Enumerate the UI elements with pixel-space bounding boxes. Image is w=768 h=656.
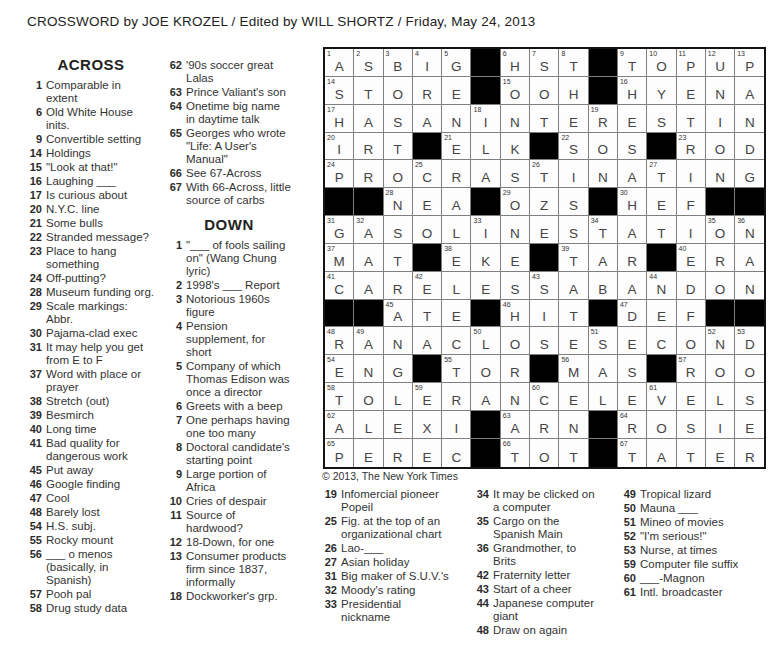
grid-cell[interactable]: S	[559, 188, 588, 216]
grid-cell[interactable]: 19R	[589, 105, 618, 133]
cell-letter: R	[618, 255, 646, 269]
grid-cell[interactable]: E	[501, 244, 530, 272]
across-clues-list-1: 1Comparable in extent6Old White House in…	[27, 79, 155, 615]
grid-cell[interactable]: D	[735, 133, 764, 161]
cell-number: 48	[327, 328, 335, 335]
grid-cell[interactable]: 57R	[677, 355, 706, 383]
grid-cell[interactable]: 9T	[618, 49, 647, 77]
black-cell	[530, 244, 559, 272]
cell-letter: T	[501, 451, 529, 465]
cell-letter: A	[618, 227, 646, 241]
grid-cell[interactable]: N	[501, 105, 530, 133]
grid-cell[interactable]: 43S	[530, 272, 559, 300]
black-cell	[471, 439, 500, 467]
grid-cell[interactable]: I	[677, 160, 706, 188]
grid-cell[interactable]: 45A	[384, 300, 413, 328]
grid-cell[interactable]: O	[706, 272, 735, 300]
grid-cell[interactable]: C	[647, 327, 676, 355]
grid-cell[interactable]: 12U	[706, 49, 735, 77]
cell-number: 24	[327, 161, 335, 168]
grid-cell[interactable]: T	[384, 133, 413, 161]
grid-cell[interactable]: 61V	[647, 383, 676, 411]
cell-letter: S	[559, 227, 587, 241]
cell-letter: A	[589, 366, 617, 380]
grid-cell[interactable]: X	[413, 411, 442, 439]
grid-cell[interactable]: 10O	[647, 49, 676, 77]
grid-cell[interactable]: S	[677, 411, 706, 439]
grid-cell[interactable]: E	[354, 439, 383, 467]
grid-cell[interactable]: A	[618, 160, 647, 188]
grid-cell[interactable]: R	[618, 244, 647, 272]
cell-letter: H	[501, 60, 529, 74]
grid-cell[interactable]: A	[354, 272, 383, 300]
grid-cell[interactable]: 23R	[677, 133, 706, 161]
grid-cell[interactable]: B	[589, 272, 618, 300]
grid-cell[interactable]: N	[735, 105, 764, 133]
cell-letter: T	[618, 451, 646, 465]
grid-cell[interactable]: 34T	[589, 216, 618, 244]
grid-cell[interactable]: G	[735, 160, 764, 188]
cell-letter: T	[647, 171, 675, 185]
grid-cell[interactable]: L	[442, 216, 471, 244]
black-cell	[589, 77, 618, 105]
grid-cell[interactable]: R	[413, 77, 442, 105]
grid-cell[interactable]: L	[706, 383, 735, 411]
grid-cell[interactable]: 26T	[530, 160, 559, 188]
grid-cell[interactable]: R	[735, 439, 764, 467]
down-clues-bottom-column-2: 34It may be clicked on a computer35Cargo…	[474, 488, 597, 638]
grid-cell[interactable]: G	[384, 355, 413, 383]
clue-down-6: 6Greets with a beep	[167, 400, 291, 413]
clue-text: Fraternity letter	[493, 569, 597, 582]
grid-cell[interactable]: 7S	[530, 49, 559, 77]
grid-cell[interactable]: N	[589, 160, 618, 188]
clue-number: 32	[322, 584, 337, 597]
grid-cell[interactable]: T	[647, 216, 676, 244]
grid-cell[interactable]: A	[354, 105, 383, 133]
grid-cell[interactable]: 58T	[325, 383, 354, 411]
grid-cell[interactable]: A	[471, 383, 500, 411]
cell-letter: R	[354, 171, 382, 185]
grid-cell[interactable]: I	[706, 105, 735, 133]
grid-cell[interactable]: R	[384, 272, 413, 300]
grid-cell[interactable]: C	[442, 327, 471, 355]
clue-text: Consumer products firm since 1837, infor…	[186, 550, 291, 589]
clue-text: Mauna ___	[640, 502, 753, 515]
cell-letter: S	[618, 366, 646, 380]
grid-cell[interactable]: O	[677, 327, 706, 355]
cell-letter: H	[559, 88, 587, 102]
grid-cell[interactable]: E	[530, 216, 559, 244]
grid-cell[interactable]: 42E	[413, 272, 442, 300]
grid-cell[interactable]: 40E	[677, 244, 706, 272]
cell-number: 65	[327, 440, 335, 447]
grid-cell[interactable]: 8T	[559, 49, 588, 77]
clue-text: Laughing ___	[46, 175, 155, 188]
grid-cell[interactable]: F	[677, 188, 706, 216]
clue-number: 58	[27, 602, 42, 615]
grid-cell[interactable]: I	[706, 411, 735, 439]
grid-cell[interactable]: T	[559, 300, 588, 328]
grid-cell[interactable]: 64R	[618, 411, 647, 439]
clue-text: Word with place or prayer	[46, 368, 155, 394]
cell-letter: N	[442, 116, 470, 130]
grid-cell[interactable]: T	[530, 105, 559, 133]
grid-cell[interactable]: S	[501, 272, 530, 300]
grid-cell[interactable]: R	[354, 133, 383, 161]
grid-cell[interactable]: N	[354, 355, 383, 383]
cell-letter: L	[471, 143, 499, 157]
grid-cell[interactable]: 66T	[501, 439, 530, 467]
grid-cell[interactable]: A	[589, 244, 618, 272]
grid-cell[interactable]: A	[647, 439, 676, 467]
clue-text: Bad quality for dangerous work	[46, 437, 155, 463]
clue-down-43: 43Start of a cheer	[474, 583, 597, 596]
grid-cell[interactable]: R	[706, 244, 735, 272]
grid-cell[interactable]: N	[442, 105, 471, 133]
grid-cell[interactable]: N	[735, 272, 764, 300]
grid-cell[interactable]: E	[559, 105, 588, 133]
grid-cell[interactable]: 60C	[530, 383, 559, 411]
grid-cell[interactable]: E	[677, 383, 706, 411]
cell-letter: C	[442, 451, 470, 465]
grid-cell[interactable]: O	[647, 411, 676, 439]
cell-number: 52	[708, 328, 716, 335]
grid-cell[interactable]: A	[442, 188, 471, 216]
cell-letter: R	[354, 143, 382, 157]
grid-cell[interactable]: N	[559, 411, 588, 439]
grid-cell[interactable]: H	[559, 77, 588, 105]
grid-cell[interactable]: 25C	[413, 160, 442, 188]
cell-number: 2	[356, 50, 360, 57]
cell-letter: E	[677, 255, 705, 269]
grid-cell[interactable]: 6H	[501, 49, 530, 77]
grid-cell[interactable]: O	[530, 77, 559, 105]
grid-cell[interactable]: R	[384, 439, 413, 467]
grid-cell[interactable]: 59E	[413, 383, 442, 411]
grid-cell[interactable]: 32A	[354, 216, 383, 244]
clue-number: 50	[621, 502, 636, 515]
clue-across-40: 40Long time	[27, 423, 155, 436]
grid-cell[interactable]: A	[413, 327, 442, 355]
clue-number: 52	[621, 530, 636, 543]
grid-cell[interactable]: O	[471, 355, 500, 383]
grid-cell[interactable]: F	[677, 300, 706, 328]
cell-letter: E	[618, 116, 646, 130]
black-cell	[413, 133, 442, 161]
clue-number: 48	[474, 624, 489, 637]
cell-letter: B	[589, 283, 617, 297]
grid-cell[interactable]: R	[530, 411, 559, 439]
clue-number: 18	[167, 590, 182, 603]
grid-cell[interactable]: A	[589, 355, 618, 383]
clue-number: 45	[27, 464, 42, 477]
cell-number: 67	[620, 440, 628, 447]
clue-down-1: 1"___ of fools sailing on" (Wang Chung l…	[167, 239, 291, 278]
grid-cell[interactable]: T	[384, 244, 413, 272]
grid-cell[interactable]: 35O	[706, 216, 735, 244]
clue-across-64: 64Onetime big name in daytime talk	[167, 100, 291, 126]
grid-cell[interactable]: A	[471, 160, 500, 188]
grid-cell[interactable]: O	[735, 355, 764, 383]
grid-cell[interactable]: 48R	[325, 327, 354, 355]
grid-cell[interactable]: 14S	[325, 77, 354, 105]
grid-cell[interactable]: E	[413, 188, 442, 216]
grid-cell[interactable]: 44N	[647, 272, 676, 300]
cell-number: 37	[327, 245, 335, 252]
grid-cell[interactable]: N	[384, 327, 413, 355]
grid-cell[interactable]: E	[442, 77, 471, 105]
grid-cell[interactable]: S	[618, 133, 647, 161]
clue-number: 53	[621, 544, 636, 557]
cell-letter: S	[677, 422, 705, 436]
grid-cell[interactable]: 33I	[471, 216, 500, 244]
grid-cell[interactable]: 53D	[735, 327, 764, 355]
grid-cell[interactable]: T	[677, 439, 706, 467]
grid-cell[interactable]: L	[384, 383, 413, 411]
grid-cell[interactable]: 65P	[325, 439, 354, 467]
grid-cell[interactable]: R	[442, 383, 471, 411]
cell-letter: L	[354, 422, 382, 436]
grid-cell[interactable]: A	[618, 216, 647, 244]
grid-cell[interactable]: 62A	[325, 411, 354, 439]
cell-letter: E	[413, 199, 441, 213]
cell-letter: V	[647, 394, 675, 408]
grid-cell[interactable]: T	[677, 105, 706, 133]
grid-cell[interactable]: 15O	[501, 77, 530, 105]
clue-down-48: 48Draw on again	[474, 624, 597, 637]
grid-cell[interactable]: 5G	[442, 49, 471, 77]
grid-cell[interactable]: 39T	[559, 244, 588, 272]
grid-cell[interactable]: C	[442, 439, 471, 467]
grid-cell[interactable]: 20I	[325, 133, 354, 161]
cell-letter: A	[354, 255, 382, 269]
grid-cell[interactable]: N	[501, 383, 530, 411]
cell-number: 59	[415, 384, 423, 391]
clue-across-28: 28Museum funding org.	[27, 286, 155, 299]
grid-cell[interactable]: L	[442, 272, 471, 300]
grid-cell[interactable]: E	[384, 411, 413, 439]
grid-cell[interactable]: E	[471, 272, 500, 300]
grid-cell[interactable]: E	[647, 300, 676, 328]
clue-text: Put away	[46, 464, 155, 477]
grid-cell[interactable]: S	[735, 383, 764, 411]
cell-letter: S	[530, 338, 558, 352]
grid-cell[interactable]: 22S	[559, 133, 588, 161]
cell-letter: E	[530, 227, 558, 241]
grid-cell[interactable]: 1A	[325, 49, 354, 77]
clue-down-3: 3Notorious 1960s figure	[167, 293, 291, 319]
cell-number: 4	[415, 50, 419, 57]
cell-number: 62	[327, 412, 335, 419]
cell-number: 25	[415, 161, 423, 168]
cell-letter: L	[384, 394, 412, 408]
grid-cell[interactable]: E	[677, 77, 706, 105]
grid-cell[interactable]: Z	[530, 188, 559, 216]
grid-cell[interactable]: A	[413, 105, 442, 133]
cell-number: 41	[327, 273, 335, 280]
grid-cell[interactable]: S	[384, 105, 413, 133]
grid-cell[interactable]: A	[354, 244, 383, 272]
grid-cell[interactable]: 50L	[471, 327, 500, 355]
clue-text: Besmirch	[46, 409, 155, 422]
grid-cell[interactable]: S	[618, 355, 647, 383]
grid-cell[interactable]: 52N	[706, 327, 735, 355]
grid-cell[interactable]: N	[706, 77, 735, 105]
grid-cell[interactable]: A	[559, 272, 588, 300]
grid-cell[interactable]: S	[501, 160, 530, 188]
grid-cell[interactable]: O	[589, 133, 618, 161]
clue-across-15: 15"Look at that!"	[27, 161, 155, 174]
clue-down-12: 1218-Down, for one	[167, 536, 291, 549]
grid-cell[interactable]: O	[354, 383, 383, 411]
grid-cell[interactable]: K	[501, 133, 530, 161]
grid-cell[interactable]: 28N	[384, 188, 413, 216]
grid-cell[interactable]: O	[384, 77, 413, 105]
grid-cell[interactable]: 27T	[647, 160, 676, 188]
clue-text: Computer file suffix	[640, 558, 753, 571]
grid-cell[interactable]: E	[647, 188, 676, 216]
grid-cell[interactable]: E	[618, 383, 647, 411]
cell-letter: I	[413, 60, 441, 74]
grid-cell[interactable]: K	[471, 244, 500, 272]
grid-cell[interactable]: D	[677, 272, 706, 300]
grid-cell[interactable]: I	[442, 411, 471, 439]
grid-cell[interactable]: E	[442, 300, 471, 328]
grid-cell[interactable]: O	[706, 355, 735, 383]
grid-cell[interactable]: 16H	[618, 77, 647, 105]
grid-cell[interactable]: 29O	[501, 188, 530, 216]
clue-down-51: 51Mineo of movies	[621, 516, 753, 529]
grid-cell[interactable]: 36N	[735, 216, 764, 244]
grid-cell[interactable]: 54E	[325, 355, 354, 383]
grid-cell[interactable]: I	[677, 216, 706, 244]
clue-number: 41	[27, 437, 42, 463]
grid-cell[interactable]: E	[618, 327, 647, 355]
cell-letter: A	[589, 255, 617, 269]
cell-letter: O	[735, 366, 764, 380]
grid-cell[interactable]: O	[530, 439, 559, 467]
cell-number: 35	[708, 217, 716, 224]
clue-text: One perhaps having one too many	[186, 414, 291, 440]
grid-cell[interactable]: S	[559, 216, 588, 244]
grid-cell[interactable]: L	[471, 133, 500, 161]
clue-number: 67	[167, 181, 182, 207]
grid-cell[interactable]: 37M	[325, 244, 354, 272]
grid-cell[interactable]: R	[442, 160, 471, 188]
clue-across-6: 6Old White House inits.	[27, 106, 155, 132]
grid-cell[interactable]: 2S	[354, 49, 383, 77]
cell-letter: L	[442, 283, 470, 297]
grid-cell[interactable]: 21E	[442, 133, 471, 161]
grid-cell[interactable]: 17H	[325, 105, 354, 133]
grid-cell[interactable]: E	[735, 411, 764, 439]
grid-cell[interactable]: I	[530, 300, 559, 328]
cell-number: 34	[591, 217, 599, 224]
grid-cell[interactable]: R	[354, 160, 383, 188]
grid-cell[interactable]: L	[589, 383, 618, 411]
grid-cell[interactable]: A	[618, 272, 647, 300]
cell-letter: O	[706, 227, 734, 241]
grid-cell[interactable]: T	[559, 439, 588, 467]
black-cell	[325, 300, 354, 328]
cell-letter: R	[442, 394, 470, 408]
grid-cell[interactable]: 30H	[618, 188, 647, 216]
grid-cell[interactable]: E	[559, 327, 588, 355]
grid-cell[interactable]: 46H	[501, 300, 530, 328]
cell-letter: I	[442, 422, 470, 436]
grid-cell[interactable]: O	[501, 327, 530, 355]
clue-text: '90s soccer great Lalas	[186, 59, 291, 85]
grid-cell[interactable]: 4I	[413, 49, 442, 77]
grid-cell[interactable]: 31G	[325, 216, 354, 244]
cell-letter: R	[677, 143, 705, 157]
grid-cell[interactable]: I	[559, 160, 588, 188]
grid-cell[interactable]: 56M	[559, 355, 588, 383]
grid-cell[interactable]: 51S	[589, 327, 618, 355]
grid-cell[interactable]: N	[501, 216, 530, 244]
clue-down-5: 5Company of which Thomas Edison was once…	[167, 360, 291, 399]
cell-number: 55	[444, 356, 452, 363]
grid-cell[interactable]: 55T	[442, 355, 471, 383]
grid-cell[interactable]: T	[354, 77, 383, 105]
cell-letter: S	[501, 283, 529, 297]
grid-cell[interactable]: E	[706, 439, 735, 467]
grid-cell[interactable]: E	[413, 439, 442, 467]
grid-cell[interactable]: T	[413, 300, 442, 328]
clue-text: "I'm serious!"	[640, 530, 753, 543]
grid-cell[interactable]: 47D	[618, 300, 647, 328]
grid-cell[interactable]: R	[501, 355, 530, 383]
grid-cell[interactable]: 18I	[471, 105, 500, 133]
grid-cell[interactable]: E	[618, 105, 647, 133]
grid-cell[interactable]: 13P	[735, 49, 764, 77]
grid-cell[interactable]: O	[413, 216, 442, 244]
grid-cell[interactable]: L	[354, 411, 383, 439]
grid-cell[interactable]: 49A	[354, 327, 383, 355]
grid-cell[interactable]: A	[735, 77, 764, 105]
cell-number: 42	[415, 273, 423, 280]
clue-down-2: 21998's ___ Report	[167, 279, 291, 292]
grid-cell[interactable]: Y	[647, 77, 676, 105]
grid-cell[interactable]: S	[384, 216, 413, 244]
grid-cell[interactable]: 24P	[325, 160, 354, 188]
cell-number: 7	[532, 50, 536, 57]
cell-letter: G	[735, 171, 764, 185]
grid-cell[interactable]: N	[706, 160, 735, 188]
grid-cell[interactable]: 38E	[442, 244, 471, 272]
grid-cell[interactable]: 67T	[618, 439, 647, 467]
cell-letter: G	[384, 366, 412, 380]
grid-cell[interactable]: S	[530, 327, 559, 355]
grid-cell[interactable]: E	[559, 383, 588, 411]
clue-text: Old White House inits.	[46, 106, 155, 132]
grid-cell[interactable]: 41C	[325, 272, 354, 300]
clue-text: It may help you get from E to F	[46, 341, 155, 367]
clue-number: 19	[322, 488, 337, 514]
grid-cell[interactable]: A	[735, 244, 764, 272]
clue-down-33: 33Presidential nickname	[322, 598, 450, 624]
grid-cell[interactable]: 3B	[384, 49, 413, 77]
grid-cell[interactable]: 63A	[501, 411, 530, 439]
cell-number: 47	[620, 301, 628, 308]
grid-cell[interactable]: O	[706, 133, 735, 161]
grid-cell[interactable]: O	[384, 160, 413, 188]
grid-cell[interactable]: 11P	[677, 49, 706, 77]
grid-cell[interactable]: S	[647, 105, 676, 133]
clue-across-14: 14Holdings	[27, 147, 155, 160]
cell-number: 50	[473, 328, 481, 335]
